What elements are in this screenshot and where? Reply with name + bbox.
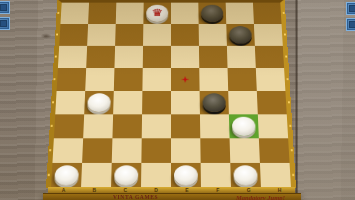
square-a1[interactable] <box>51 163 82 188</box>
square-d8[interactable]: ♛ <box>143 3 171 24</box>
square-e5[interactable] <box>171 68 200 91</box>
square-c2[interactable] <box>112 138 142 163</box>
white-king[interactable]: ♛ <box>146 5 168 22</box>
square-g4[interactable] <box>228 91 258 114</box>
rank-6-dot <box>285 55 287 57</box>
rank-7-dot <box>284 33 286 35</box>
rank-8-dot <box>57 12 59 14</box>
square-a8[interactable] <box>60 3 89 24</box>
game-screen: ♛ ABCDEFGH VINTA GAMES Mandatory Jump! <box>0 0 355 200</box>
square-a7[interactable] <box>59 24 88 46</box>
square-h3[interactable] <box>258 114 288 138</box>
square-f3[interactable] <box>200 114 230 138</box>
king-crown-icon: ♛ <box>146 4 168 21</box>
square-f2[interactable] <box>200 138 230 163</box>
white-man[interactable] <box>174 165 198 185</box>
square-c5[interactable] <box>114 68 143 91</box>
rank-2-dot <box>49 149 51 151</box>
square-a5[interactable] <box>57 68 87 91</box>
brand-text: VINTA GAMES <box>113 194 158 200</box>
square-e3[interactable] <box>171 114 200 138</box>
square-h7[interactable] <box>254 24 283 46</box>
square-b7[interactable] <box>87 24 116 46</box>
board-front-face: VINTA GAMES Mandatory Jump! <box>43 193 301 200</box>
square-c7[interactable] <box>115 24 143 46</box>
rank-4-dot <box>288 101 290 103</box>
board-grid: ♛ <box>46 0 296 188</box>
square-e4[interactable] <box>171 91 200 114</box>
square-b8[interactable] <box>88 3 116 24</box>
square-h1[interactable] <box>260 163 291 188</box>
square-c3[interactable] <box>112 114 142 138</box>
square-g2[interactable] <box>230 138 260 163</box>
square-d3[interactable] <box>142 114 171 138</box>
square-a2[interactable] <box>52 138 83 163</box>
square-d2[interactable] <box>141 138 171 163</box>
square-h4[interactable] <box>257 91 287 114</box>
jump-target-marker <box>181 76 190 83</box>
square-f8[interactable] <box>198 3 226 24</box>
square-a4[interactable] <box>55 91 85 114</box>
square-e7[interactable] <box>171 24 199 46</box>
square-g6[interactable] <box>227 46 256 68</box>
black-man[interactable] <box>201 5 223 22</box>
corner-button-top-right-upper[interactable] <box>346 2 355 15</box>
square-h6[interactable] <box>255 46 284 68</box>
square-b6[interactable] <box>86 46 115 68</box>
status-message: Mandatory Jump! <box>236 194 285 200</box>
square-h5[interactable] <box>256 68 286 91</box>
square-icon <box>349 21 355 28</box>
corner-button-top-right-lower[interactable] <box>346 18 355 31</box>
square-b4[interactable] <box>84 91 114 114</box>
rank-5-dot <box>53 78 55 80</box>
square-e8[interactable] <box>171 3 199 24</box>
square-icon <box>349 5 355 12</box>
square-g8[interactable] <box>226 3 254 24</box>
black-man[interactable] <box>229 26 252 43</box>
square-d4[interactable] <box>142 91 171 114</box>
rank-5-dot <box>287 78 289 80</box>
square-h2[interactable] <box>259 138 290 163</box>
square-c1[interactable] <box>111 163 141 188</box>
square-e6[interactable] <box>171 46 199 68</box>
square-b3[interactable] <box>83 114 113 138</box>
white-man[interactable] <box>233 165 258 185</box>
rank-1-dot <box>292 174 294 177</box>
white-man[interactable] <box>87 93 111 112</box>
square-c4[interactable] <box>113 91 142 114</box>
rank-4-dot <box>52 101 54 103</box>
square-f1[interactable] <box>201 163 231 188</box>
white-man[interactable] <box>54 165 79 185</box>
square-c6[interactable] <box>114 46 143 68</box>
square-d1[interactable] <box>141 163 171 188</box>
square-icon <box>0 20 7 27</box>
square-f7[interactable] <box>199 24 227 46</box>
square-e2[interactable] <box>171 138 201 163</box>
white-man[interactable] <box>232 117 256 136</box>
square-c8[interactable] <box>116 3 144 24</box>
square-f6[interactable] <box>199 46 228 68</box>
square-h8[interactable] <box>253 3 282 24</box>
square-g1[interactable] <box>230 163 261 188</box>
square-f5[interactable] <box>199 68 228 91</box>
square-f4[interactable] <box>200 91 229 114</box>
rank-6-dot <box>55 55 57 57</box>
square-e1[interactable] <box>171 163 201 188</box>
square-a6[interactable] <box>58 46 87 68</box>
corner-button-top-left-lower[interactable] <box>0 17 10 30</box>
rank-3-dot <box>289 125 291 127</box>
square-g7[interactable] <box>226 24 255 46</box>
rank-2-dot <box>291 149 293 151</box>
square-d5[interactable] <box>142 68 171 91</box>
square-a3[interactable] <box>54 114 84 138</box>
rank-7-dot <box>56 33 58 35</box>
square-b1[interactable] <box>81 163 112 188</box>
black-man[interactable] <box>202 93 225 112</box>
corner-button-top-left-upper[interactable] <box>0 1 10 14</box>
rank-1-dot <box>48 174 50 177</box>
square-g3[interactable] <box>229 114 259 138</box>
square-d7[interactable] <box>143 24 171 46</box>
rank-8-dot <box>283 12 285 14</box>
square-b2[interactable] <box>82 138 112 163</box>
square-g5[interactable] <box>228 68 257 91</box>
square-d6[interactable] <box>143 46 171 68</box>
rank-3-dot <box>51 125 53 127</box>
square-b5[interactable] <box>85 68 114 91</box>
square-icon <box>0 4 7 11</box>
white-man[interactable] <box>114 165 138 185</box>
